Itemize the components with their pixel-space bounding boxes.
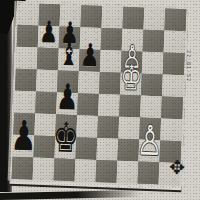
square-f6: ♙ [121, 51, 143, 74]
square-a8 [18, 3, 40, 26]
square-b3 [34, 114, 56, 137]
square-e4 [98, 94, 120, 117]
square-e6 [100, 50, 122, 73]
square-a5 [15, 69, 37, 92]
square-b2 [34, 136, 56, 159]
square-d1 [75, 159, 97, 182]
margin-caption: 22·81·52 [186, 50, 192, 112]
square-c3 [55, 114, 77, 137]
square-e8 [102, 6, 124, 29]
square-e7 [101, 28, 123, 51]
square-d3 [76, 115, 98, 138]
square-e1 [96, 160, 118, 183]
square-f8 [123, 7, 145, 30]
square-c2: ♚ [54, 136, 76, 159]
square-g5 [141, 74, 163, 97]
square-b4 [35, 92, 57, 115]
photo-bottom-shadow [0, 190, 140, 200]
square-b1 [33, 158, 55, 181]
square-b7: ♟ [38, 26, 60, 49]
square-b8 [39, 4, 61, 27]
square-d2 [75, 137, 97, 160]
square-c8 [60, 4, 82, 27]
square-h5 [162, 74, 184, 97]
square-d5 [78, 71, 100, 94]
square-h3 [160, 118, 182, 141]
square-e2 [96, 138, 118, 161]
square-c1 [54, 158, 76, 181]
square-f2 [117, 139, 139, 162]
square-g2: ♙ [138, 140, 160, 163]
square-d7 [80, 27, 102, 50]
square-f7 [122, 29, 144, 52]
square-a4 [14, 91, 36, 114]
book-photo-page: ♟♟♝♟♙♔♟♟♚♙ ✥ 22·81·52 [0, 0, 200, 200]
square-g1 [138, 162, 160, 185]
square-h4 [161, 96, 183, 119]
square-h7 [164, 30, 186, 53]
square-a2: ♟ [13, 135, 35, 158]
square-h8 [164, 8, 186, 31]
square-d4 [77, 93, 99, 116]
square-d6: ♟ [79, 49, 101, 72]
square-c6: ♝ [58, 48, 80, 71]
square-c5 [57, 70, 79, 93]
square-a7 [17, 25, 39, 48]
square-g7 [143, 30, 165, 53]
square-a6 [16, 47, 38, 70]
square-c4: ♟ [56, 92, 78, 115]
square-f3 [118, 117, 140, 140]
square-f4 [119, 95, 141, 118]
square-f5: ♔ [120, 73, 142, 96]
square-f1 [117, 161, 139, 184]
square-d8 [81, 5, 103, 28]
square-a1 [12, 157, 34, 180]
chess-board: ♟♟♝♟♙♔♟♟♚♙ [10, 1, 189, 187]
square-h6 [163, 52, 185, 75]
square-e3 [97, 116, 119, 139]
square-a3 [13, 113, 35, 136]
square-e5 [99, 72, 121, 95]
square-g4 [140, 96, 162, 119]
square-g8 [144, 8, 166, 31]
square-g3 [139, 118, 161, 141]
square-b5 [36, 70, 58, 93]
square-c7: ♟ [59, 26, 81, 49]
fleuron-ornament-icon: ✥ [163, 151, 191, 182]
square-b6 [37, 48, 59, 71]
square-g6 [142, 52, 164, 75]
